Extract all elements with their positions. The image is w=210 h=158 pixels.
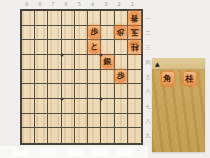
shogi-piece-gote[interactable]: 桂 <box>129 41 140 53</box>
file-label: 3 <box>99 1 112 8</box>
board-cell-8-5[interactable] <box>35 70 48 85</box>
board-cell-6-8[interactable] <box>62 114 75 129</box>
board-cell-1-9[interactable] <box>128 128 141 143</box>
board-cell-1-4[interactable] <box>128 55 141 70</box>
board-cell-4-5[interactable] <box>88 70 101 85</box>
board-cell-2-6[interactable] <box>115 84 128 99</box>
footer-slot <box>14 148 30 156</box>
board-cell-5-4[interactable] <box>75 55 88 70</box>
board-cell-8-3[interactable] <box>35 40 48 55</box>
file-label: 9 <box>20 1 33 8</box>
board-cell-2-3[interactable] <box>115 40 128 55</box>
board-cell-5-6[interactable] <box>75 84 88 99</box>
board-cell-5-2[interactable] <box>75 26 88 41</box>
board-cell-7-4[interactable] <box>48 55 61 70</box>
hand-piece[interactable]: 角 <box>162 72 174 85</box>
board-cell-1-8[interactable] <box>128 114 141 129</box>
file-label: 6 <box>60 1 73 8</box>
board-cell-6-6[interactable] <box>62 84 75 99</box>
board-cell-8-4[interactable] <box>35 55 48 70</box>
board-cell-3-1[interactable] <box>101 11 114 26</box>
board-cell-4-6[interactable] <box>88 84 101 99</box>
board-cell-7-2[interactable] <box>48 26 61 41</box>
shogi-piece-gote[interactable]: 玉 <box>129 26 140 38</box>
sente-marker-icon: ▲ <box>155 60 160 67</box>
shogi-piece-sente[interactable]: 歩 <box>89 26 100 38</box>
komadai-sente-hand: ▲ 角桂 <box>152 58 205 152</box>
board-cell-7-7[interactable] <box>48 99 61 114</box>
board-cell-7-6[interactable] <box>48 84 61 99</box>
shogi-board: 香歩歩玉と桂銀歩 <box>20 9 143 145</box>
board-cell-8-8[interactable] <box>35 114 48 129</box>
board-cell-3-2[interactable] <box>101 26 114 41</box>
board-cell-3-8[interactable] <box>101 114 114 129</box>
board-cell-8-7[interactable] <box>35 99 48 114</box>
rank-label: 三 <box>143 44 153 50</box>
hoshi-dot <box>100 98 103 101</box>
board-cell-7-3[interactable] <box>48 40 61 55</box>
board-cell-1-6[interactable] <box>128 84 141 99</box>
board-cell-3-9[interactable] <box>101 128 114 143</box>
board-cell-4-1[interactable] <box>88 11 101 26</box>
board-cell-1-3[interactable]: 桂 <box>128 40 141 55</box>
board-cell-5-7[interactable] <box>75 99 88 114</box>
board-cell-7-1[interactable] <box>48 11 61 26</box>
board-cell-9-5[interactable] <box>22 70 35 85</box>
board-cell-8-1[interactable] <box>35 11 48 26</box>
board-cell-1-1[interactable]: 香 <box>128 11 141 26</box>
board-cell-7-5[interactable] <box>48 70 61 85</box>
hand-piece[interactable]: 桂 <box>184 72 196 85</box>
board-cell-6-9[interactable] <box>62 128 75 143</box>
shogi-piece-sente[interactable]: 銀 <box>102 56 113 68</box>
board-cell-9-6[interactable] <box>22 84 35 99</box>
board-cell-8-2[interactable] <box>35 26 48 41</box>
file-label: 2 <box>113 1 126 8</box>
board-cell-2-5[interactable]: 歩 <box>115 70 128 85</box>
footer-strip <box>0 146 148 158</box>
board-cell-8-6[interactable] <box>35 84 48 99</box>
tsume-shogi-widget: 987654321 香歩歩玉と桂銀歩 一二三四五六七八九 ▲ 角桂 <box>0 0 210 158</box>
board-cell-4-2[interactable]: 歩 <box>88 26 101 41</box>
board-cell-1-5[interactable] <box>128 70 141 85</box>
board-cell-3-7[interactable] <box>101 99 114 114</box>
board-cell-9-2[interactable] <box>22 26 35 41</box>
board-cell-5-1[interactable] <box>75 11 88 26</box>
board-cell-2-1[interactable] <box>115 11 128 26</box>
hoshi-dot <box>60 98 63 101</box>
board-cell-6-2[interactable] <box>62 26 75 41</box>
board-cell-9-7[interactable] <box>22 99 35 114</box>
board-cell-1-7[interactable] <box>128 99 141 114</box>
shogi-piece-gote[interactable]: 香 <box>129 12 140 24</box>
board-cell-8-9[interactable] <box>35 128 48 143</box>
rank-label: 一 <box>143 15 153 21</box>
hoshi-dot <box>60 54 63 57</box>
komadai-header: ▲ <box>152 58 205 70</box>
board-cell-9-4[interactable] <box>22 55 35 70</box>
board-cell-2-9[interactable] <box>115 128 128 143</box>
board-cell-5-5[interactable] <box>75 70 88 85</box>
file-label: 7 <box>46 1 59 8</box>
board-cell-4-8[interactable] <box>88 114 101 129</box>
board-cell-1-2[interactable]: 玉 <box>128 26 141 41</box>
board-cell-7-8[interactable] <box>48 114 61 129</box>
shogi-piece-sente[interactable]: 歩 <box>115 70 126 82</box>
board-cell-9-9[interactable] <box>22 128 35 143</box>
board-cell-3-6[interactable] <box>101 84 114 99</box>
board-cell-9-8[interactable] <box>22 114 35 129</box>
footer-slot <box>40 148 56 156</box>
file-label: 5 <box>73 1 86 8</box>
rank-label: 二 <box>143 30 153 36</box>
shogi-piece-gote[interactable]: 歩 <box>115 26 126 38</box>
board-cell-5-8[interactable] <box>75 114 88 129</box>
file-label: 1 <box>126 1 139 8</box>
board-cell-4-9[interactable] <box>88 128 101 143</box>
footer-slot <box>92 148 108 156</box>
board-cell-7-9[interactable] <box>48 128 61 143</box>
board-cell-5-3[interactable] <box>75 40 88 55</box>
board-cell-5-9[interactable] <box>75 128 88 143</box>
hoshi-dot <box>100 54 103 57</box>
footer-slot <box>66 148 82 156</box>
board-cell-4-4[interactable] <box>88 55 101 70</box>
board-cell-6-1[interactable] <box>62 11 75 26</box>
shogi-piece-sente[interactable]: と <box>89 41 100 53</box>
footer-slot <box>118 148 134 156</box>
board-cell-2-2[interactable]: 歩 <box>115 26 128 41</box>
board-cell-4-3[interactable]: と <box>88 40 101 55</box>
board-cell-6-5[interactable] <box>62 70 75 85</box>
board-cell-3-4[interactable]: 銀 <box>101 55 114 70</box>
board-cell-9-1[interactable] <box>22 11 35 26</box>
board-cell-4-7[interactable] <box>88 99 101 114</box>
board-cell-6-4[interactable] <box>62 55 75 70</box>
board-cell-3-3[interactable] <box>101 40 114 55</box>
board-cell-2-4[interactable] <box>115 55 128 70</box>
board-cell-6-3[interactable] <box>62 40 75 55</box>
board-cell-6-7[interactable] <box>62 99 75 114</box>
file-label: 8 <box>33 1 46 8</box>
file-label: 4 <box>86 1 99 8</box>
board-cell-2-7[interactable] <box>115 99 128 114</box>
board-cell-9-3[interactable] <box>22 40 35 55</box>
hand-pieces-row: 角桂 <box>152 72 205 85</box>
board-cell-2-8[interactable] <box>115 114 128 129</box>
board-cell-3-5[interactable] <box>101 70 114 85</box>
